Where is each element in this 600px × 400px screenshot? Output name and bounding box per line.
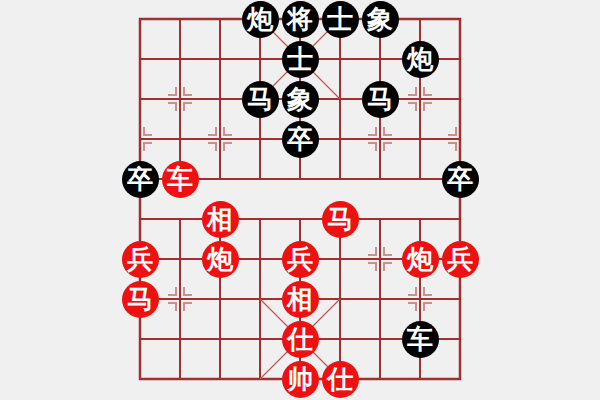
piece-black-cannon[interactable]: 炮 — [242, 1, 279, 38]
piece-black-horse[interactable]: 马 — [242, 81, 279, 118]
piece-red-cannon[interactable]: 炮 — [202, 241, 239, 278]
piece-black-elephant[interactable]: 象 — [282, 81, 319, 118]
piece-black-advisor[interactable]: 士 — [282, 41, 319, 78]
piece-black-horse[interactable]: 马 — [362, 81, 399, 118]
piece-red-horse[interactable]: 马 — [322, 201, 359, 238]
piece-black-advisor[interactable]: 士 — [322, 1, 359, 38]
piece-black-soldier[interactable]: 卒 — [122, 161, 159, 198]
piece-black-elephant[interactable]: 象 — [362, 1, 399, 38]
piece-black-general[interactable]: 将 — [282, 1, 319, 38]
piece-red-advisor[interactable]: 仕 — [322, 361, 359, 398]
piece-red-soldier[interactable]: 兵 — [442, 241, 479, 278]
piece-black-soldier[interactable]: 卒 — [282, 121, 319, 158]
piece-red-general[interactable]: 帅 — [282, 361, 319, 398]
piece-red-advisor[interactable]: 仕 — [282, 321, 319, 358]
piece-black-soldier[interactable]: 卒 — [442, 161, 479, 198]
piece-red-elephant[interactable]: 相 — [282, 281, 319, 318]
piece-red-soldier[interactable]: 兵 — [282, 241, 319, 278]
piece-red-cannon[interactable]: 炮 — [402, 241, 439, 278]
xiangqi-board: 炮将士象士炮马象马卒卒车卒相马兵炮兵炮兵马相仕车帅仕 — [0, 0, 600, 400]
piece-red-chariot[interactable]: 车 — [162, 161, 199, 198]
piece-black-chariot[interactable]: 车 — [402, 321, 439, 358]
piece-red-elephant[interactable]: 相 — [202, 201, 239, 238]
piece-red-soldier[interactable]: 兵 — [122, 241, 159, 278]
piece-layer: 炮将士象士炮马象马卒卒车卒相马兵炮兵炮兵马相仕车帅仕 — [120, 0, 480, 399]
piece-black-cannon[interactable]: 炮 — [402, 41, 439, 78]
piece-red-horse[interactable]: 马 — [122, 281, 159, 318]
